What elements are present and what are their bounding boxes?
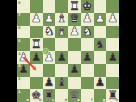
coordinate-rank-2: 2 (18, 77, 21, 81)
square-a2[interactable]: 2 (17, 77, 30, 90)
square-d2[interactable]: ♝ (55, 77, 68, 90)
square-h1[interactable]: h♜ (106, 89, 119, 102)
square-d6[interactable]: ♝ (55, 26, 68, 39)
piece-white-knight[interactable]: ♞ (82, 26, 92, 38)
square-g2[interactable]: ♟ (94, 77, 107, 90)
piece-black-pawn[interactable]: ♟ (95, 77, 105, 89)
square-c4[interactable]: ♟ (43, 51, 56, 64)
square-f1[interactable]: f (81, 89, 94, 102)
coordinate-file-f: f (91, 98, 93, 102)
square-b1[interactable]: b♚ (30, 89, 43, 102)
piece-black-pawn[interactable]: ♟ (56, 51, 66, 63)
square-e6[interactable]: ♟ (68, 26, 81, 39)
square-f3[interactable] (81, 64, 94, 77)
piece-black-queen[interactable]: ♛ (69, 89, 79, 101)
coordinate-file-g: g (103, 98, 106, 102)
square-f6[interactable]: ♞ (81, 26, 94, 39)
square-d4[interactable]: ♟ (55, 51, 68, 64)
square-g7[interactable]: ♟ (94, 13, 107, 26)
square-f4[interactable]: ♟ (81, 51, 94, 64)
piece-black-pawn[interactable]: ♟ (82, 51, 92, 63)
piece-white-bishop[interactable]: ♝ (56, 26, 66, 38)
square-c6[interactable]: ♞ (43, 26, 56, 39)
coordinate-rank-7: 7 (18, 13, 21, 17)
square-d1[interactable]: d (55, 89, 68, 102)
chess-board[interactable]: 8♜♚7♟♟♝♛♟♟♟6♞♝♟♞5♜♞4♟♟♟♟♟♟3♟♟2♟♝♟1ab♚c♜d… (17, 0, 119, 102)
piece-black-bishop[interactable]: ♝ (56, 77, 66, 89)
piece-black-rook[interactable]: ♜ (44, 89, 54, 101)
coordinate-rank-8: 8 (18, 1, 21, 5)
piece-white-pawn[interactable]: ♟ (107, 13, 117, 25)
square-b3[interactable] (30, 64, 43, 77)
square-b7[interactable]: ♟ (30, 13, 43, 26)
square-a8[interactable]: 8 (17, 0, 30, 13)
piece-white-knight[interactable]: ♞ (44, 26, 54, 38)
piece-black-pawn[interactable]: ♟ (18, 64, 28, 76)
piece-white-pawn[interactable]: ♟ (69, 26, 79, 38)
square-a3[interactable]: 3♟ (17, 64, 30, 77)
square-g5[interactable]: ♞ (94, 38, 107, 51)
piece-black-knight[interactable]: ♞ (95, 38, 105, 50)
square-c1[interactable]: c♜ (43, 89, 56, 102)
piece-black-rook[interactable]: ♜ (107, 89, 117, 101)
coordinate-rank-6: 6 (18, 26, 21, 30)
piece-white-pawn[interactable]: ♟ (31, 13, 41, 25)
square-b4[interactable]: ♟ (30, 51, 43, 64)
piece-black-pawn[interactable]: ♟ (69, 64, 79, 76)
square-h7[interactable]: ♟ (106, 13, 119, 26)
piece-white-pawn[interactable]: ♟ (44, 51, 54, 63)
coordinate-rank-1: 1 (18, 90, 21, 94)
square-a1[interactable]: 1a (17, 89, 30, 102)
square-h3[interactable] (106, 64, 119, 77)
coordinate-rank-5: 5 (18, 39, 21, 43)
piece-white-pawn[interactable]: ♟ (95, 13, 105, 25)
square-g4[interactable] (94, 51, 107, 64)
square-g1[interactable]: g (94, 89, 107, 102)
square-a7[interactable]: 7 (17, 13, 30, 26)
piece-black-pawn[interactable]: ♟ (31, 51, 41, 63)
square-h6[interactable] (106, 26, 119, 39)
piece-black-pawn[interactable]: ♟ (107, 51, 117, 63)
coordinate-file-d: d (64, 98, 67, 102)
coordinate-file-a: a (26, 98, 29, 102)
square-f2[interactable] (81, 77, 94, 90)
app-window: 8♜♚7♟♟♝♛♟♟♟6♞♝♟♞5♜♞4♟♟♟♟♟♟3♟♟2♟♝♟1ab♚c♜d… (0, 0, 136, 102)
piece-black-king[interactable]: ♚ (31, 89, 41, 101)
square-a6[interactable]: 6 (17, 26, 30, 39)
square-e5[interactable] (68, 38, 81, 51)
square-e1[interactable]: e♛ (68, 89, 81, 102)
square-h4[interactable]: ♟ (106, 51, 119, 64)
square-e3[interactable]: ♟ (68, 64, 81, 77)
